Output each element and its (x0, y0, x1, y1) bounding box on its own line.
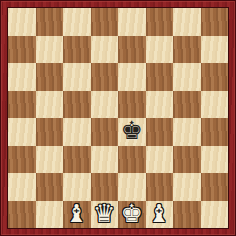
square-f8[interactable] (146, 8, 174, 36)
square-g6[interactable] (173, 63, 201, 91)
square-d7[interactable] (91, 36, 119, 64)
square-b6[interactable] (36, 63, 64, 91)
square-f1[interactable]: ♝ (146, 201, 174, 229)
square-d8[interactable] (91, 8, 119, 36)
square-e1[interactable]: ♚ (118, 201, 146, 229)
board-frame: ♚♝♛♚♝ (0, 0, 236, 236)
square-g7[interactable] (173, 36, 201, 64)
square-c7[interactable] (63, 36, 91, 64)
square-a1[interactable] (8, 201, 36, 229)
square-g2[interactable] (173, 173, 201, 201)
square-a7[interactable] (8, 36, 36, 64)
square-g1[interactable] (173, 201, 201, 229)
square-c3[interactable] (63, 146, 91, 174)
square-c6[interactable] (63, 63, 91, 91)
square-f2[interactable] (146, 173, 174, 201)
square-h5[interactable] (201, 91, 229, 119)
square-a6[interactable] (8, 63, 36, 91)
square-b5[interactable] (36, 91, 64, 119)
square-g5[interactable] (173, 91, 201, 119)
square-h6[interactable] (201, 63, 229, 91)
square-h2[interactable] (201, 173, 229, 201)
square-b3[interactable] (36, 146, 64, 174)
piece-white-queen[interactable]: ♛ (93, 201, 115, 226)
square-e8[interactable] (118, 8, 146, 36)
square-e3[interactable] (118, 146, 146, 174)
square-e5[interactable] (118, 91, 146, 119)
square-d2[interactable] (91, 173, 119, 201)
piece-white-bishop[interactable]: ♝ (66, 201, 88, 226)
square-b7[interactable] (36, 36, 64, 64)
square-h7[interactable] (201, 36, 229, 64)
square-b8[interactable] (36, 8, 64, 36)
square-c8[interactable] (63, 8, 91, 36)
square-d3[interactable] (91, 146, 119, 174)
square-e4[interactable]: ♚ (118, 118, 146, 146)
square-h3[interactable] (201, 146, 229, 174)
square-f3[interactable] (146, 146, 174, 174)
square-d1[interactable]: ♛ (91, 201, 119, 229)
square-d5[interactable] (91, 91, 119, 119)
square-f7[interactable] (146, 36, 174, 64)
square-a5[interactable] (8, 91, 36, 119)
square-b2[interactable] (36, 173, 64, 201)
square-e6[interactable] (118, 63, 146, 91)
square-b1[interactable] (36, 201, 64, 229)
square-g3[interactable] (173, 146, 201, 174)
chess-board: ♚♝♛♚♝ (7, 7, 229, 229)
piece-black-king[interactable]: ♚ (121, 118, 143, 143)
square-c1[interactable]: ♝ (63, 201, 91, 229)
square-d6[interactable] (91, 63, 119, 91)
square-f6[interactable] (146, 63, 174, 91)
square-f5[interactable] (146, 91, 174, 119)
square-f4[interactable] (146, 118, 174, 146)
piece-white-bishop[interactable]: ♝ (148, 201, 170, 226)
square-h8[interactable] (201, 8, 229, 36)
square-a4[interactable] (8, 118, 36, 146)
square-d4[interactable] (91, 118, 119, 146)
square-a8[interactable] (8, 8, 36, 36)
square-a2[interactable] (8, 173, 36, 201)
square-g8[interactable] (173, 8, 201, 36)
square-b4[interactable] (36, 118, 64, 146)
square-h1[interactable] (201, 201, 229, 229)
square-c5[interactable] (63, 91, 91, 119)
square-e7[interactable] (118, 36, 146, 64)
square-e2[interactable] (118, 173, 146, 201)
square-c4[interactable] (63, 118, 91, 146)
square-h4[interactable] (201, 118, 229, 146)
square-a3[interactable] (8, 146, 36, 174)
square-c2[interactable] (63, 173, 91, 201)
piece-white-king[interactable]: ♚ (121, 201, 143, 226)
square-g4[interactable] (173, 118, 201, 146)
